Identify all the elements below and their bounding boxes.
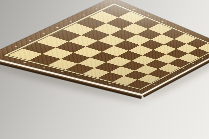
frame-dot [198,36,200,37]
frame-dot [69,21,72,22]
frame-dot [123,87,126,88]
frame-dot [14,46,18,47]
frame-dot [192,63,194,64]
frame-dot [60,71,63,72]
frame-dot [153,84,155,85]
frame-dot [174,26,176,27]
frame-dot [93,79,96,80]
frame-dot [163,79,165,80]
frame-dot [95,8,98,9]
frame-dot [161,21,164,22]
frame-dot [82,14,85,15]
frame-dot [42,33,45,34]
photo-background [0,0,209,139]
frame-dot [77,75,80,76]
frame-dot [42,67,45,68]
frame-dot [187,32,189,33]
frame-dot [147,15,150,16]
frame-dot [56,27,59,28]
frame-dot [202,58,204,59]
frame-dot [108,83,111,84]
frame-dot [23,62,27,63]
frame-dot [173,73,175,74]
frame-dot [28,40,32,41]
frame-dot [183,68,185,69]
frame-dot [133,9,136,10]
